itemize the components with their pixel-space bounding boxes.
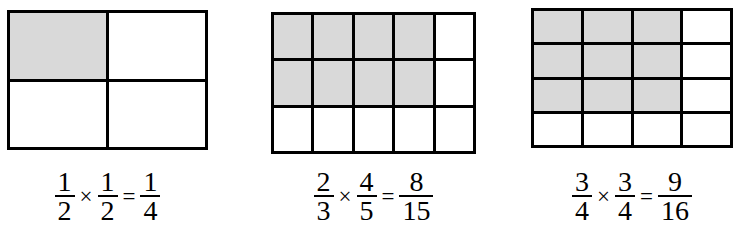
equation-1: 1 2 × 1 2 = 1 4 <box>7 170 208 222</box>
fraction-denominator: 2 <box>98 199 118 222</box>
worksheet-canvas: 1 2 × 1 2 = 1 4 2 3 <box>0 0 739 228</box>
grid-cell-shaded <box>314 15 351 58</box>
fraction-denominator: 15 <box>399 199 433 222</box>
grid-cell-shaded <box>10 13 106 79</box>
fraction-numerator: 1 <box>98 170 118 193</box>
times-sign: × <box>80 185 93 208</box>
fraction-product: 1 4 <box>140 170 160 222</box>
figure-two-thirds-times-four-fifths: 2 3 × 4 5 = 8 15 <box>271 12 476 222</box>
grid-cell-shaded <box>314 61 351 104</box>
area-model-board-3x5 <box>271 12 476 154</box>
fraction-numerator: 3 <box>572 170 592 193</box>
fraction-factor1: 2 3 <box>314 170 334 222</box>
fraction-product: 9 16 <box>658 170 692 222</box>
equals-sign: = <box>640 185 653 208</box>
grid-cell-shaded <box>274 61 311 104</box>
grid-cell-shaded <box>634 45 681 76</box>
grid-cell-shaded <box>395 61 432 104</box>
grid-cell-unshaded <box>683 11 730 42</box>
grid-cell-unshaded <box>395 108 432 151</box>
grid-cell-unshaded <box>634 114 681 145</box>
grid-cell-unshaded <box>109 82 205 148</box>
equation-2: 2 3 × 4 5 = 8 15 <box>271 170 476 222</box>
fraction-denominator: 16 <box>658 199 692 222</box>
grid-cell-shaded <box>355 15 392 58</box>
fraction-denominator: 5 <box>357 199 377 222</box>
fraction-numerator: 8 <box>406 170 426 193</box>
equals-sign: = <box>123 185 136 208</box>
fraction-factor1: 3 4 <box>572 170 592 222</box>
grid-cell-unshaded <box>436 108 473 151</box>
grid-cell-shaded <box>634 80 681 111</box>
grid-cell-unshaded <box>683 80 730 111</box>
grid-cell-unshaded <box>274 108 311 151</box>
fraction-denominator: 4 <box>140 199 160 222</box>
grid-cell-unshaded <box>534 114 581 145</box>
grid-cell-shaded <box>395 15 432 58</box>
equation-3: 3 4 × 3 4 = 9 16 <box>531 170 733 222</box>
grid-cell-shaded <box>355 61 392 104</box>
grid-cell-unshaded <box>355 108 392 151</box>
grid-cell-unshaded <box>436 61 473 104</box>
grid-cell-unshaded <box>314 108 351 151</box>
grid-cell-unshaded <box>436 15 473 58</box>
fraction-product: 8 15 <box>399 170 433 222</box>
grid-cell-shaded <box>534 45 581 76</box>
fraction-factor2: 3 4 <box>615 170 635 222</box>
grid-cell-shaded <box>584 11 631 42</box>
fraction-numerator: 3 <box>615 170 635 193</box>
grid-cell-shaded <box>584 80 631 111</box>
fraction-factor2: 1 2 <box>98 170 118 222</box>
grid-cell-unshaded <box>10 82 106 148</box>
grid-cell-unshaded <box>109 13 205 79</box>
figure-three-quarters-times-three-quarters: 3 4 × 3 4 = 9 16 <box>531 8 733 222</box>
times-sign: × <box>597 185 610 208</box>
fraction-denominator: 3 <box>314 199 334 222</box>
figure-half-times-half: 1 2 × 1 2 = 1 4 <box>7 10 208 222</box>
fraction-numerator: 1 <box>140 170 160 193</box>
grid-cell-shaded <box>534 80 581 111</box>
grid-cell-shaded <box>584 45 631 76</box>
times-sign: × <box>339 185 352 208</box>
grid-cell-shaded <box>274 15 311 58</box>
grid-cell-shaded <box>634 11 681 42</box>
fraction-factor2: 4 5 <box>357 170 377 222</box>
fraction-numerator: 2 <box>314 170 334 193</box>
equals-sign: = <box>382 185 395 208</box>
fraction-denominator: 4 <box>615 199 635 222</box>
fraction-numerator: 9 <box>665 170 685 193</box>
grid-cell-unshaded <box>683 45 730 76</box>
fraction-denominator: 2 <box>55 199 75 222</box>
fraction-numerator: 4 <box>357 170 377 193</box>
area-model-board-4x4 <box>531 8 733 148</box>
fraction-numerator: 1 <box>55 170 75 193</box>
area-model-board-2x2 <box>7 10 208 150</box>
fraction-denominator: 4 <box>572 199 592 222</box>
grid-cell-unshaded <box>584 114 631 145</box>
grid-cell-shaded <box>534 11 581 42</box>
fraction-factor1: 1 2 <box>55 170 75 222</box>
grid-cell-unshaded <box>683 114 730 145</box>
